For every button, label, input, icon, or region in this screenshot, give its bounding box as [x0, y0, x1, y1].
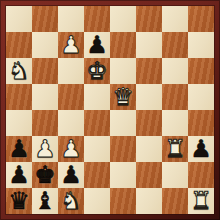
- square-g1[interactable]: [162, 188, 188, 214]
- square-d4[interactable]: [84, 110, 110, 136]
- piece-white-pawn-c7[interactable]: ♟: [60, 32, 82, 58]
- square-h7[interactable]: [188, 32, 214, 58]
- square-g6[interactable]: [162, 58, 188, 84]
- square-c7[interactable]: ♟: [58, 32, 84, 58]
- piece-black-king-b2[interactable]: ♚: [34, 162, 56, 188]
- square-a5[interactable]: [6, 84, 32, 110]
- square-h5[interactable]: [188, 84, 214, 110]
- square-c3[interactable]: ♟: [58, 136, 84, 162]
- square-e8[interactable]: [110, 6, 136, 32]
- square-d6[interactable]: ♚: [84, 58, 110, 84]
- square-c8[interactable]: [58, 6, 84, 32]
- square-h6[interactable]: [188, 58, 214, 84]
- square-a6[interactable]: ♞: [6, 58, 32, 84]
- square-g5[interactable]: [162, 84, 188, 110]
- piece-white-queen-e5[interactable]: ♛: [112, 84, 134, 110]
- square-d8[interactable]: [84, 6, 110, 32]
- square-h2[interactable]: [188, 162, 214, 188]
- square-h4[interactable]: [188, 110, 214, 136]
- square-c4[interactable]: [58, 110, 84, 136]
- square-f6[interactable]: [136, 58, 162, 84]
- piece-white-king-d6[interactable]: ♚: [86, 58, 108, 84]
- square-b3[interactable]: ♟: [32, 136, 58, 162]
- piece-black-pawn-c2[interactable]: ♟: [60, 162, 82, 188]
- square-g4[interactable]: [162, 110, 188, 136]
- square-a4[interactable]: [6, 110, 32, 136]
- square-h1[interactable]: ♜: [188, 188, 214, 214]
- square-f4[interactable]: [136, 110, 162, 136]
- square-e6[interactable]: [110, 58, 136, 84]
- piece-black-queen-a1[interactable]: ♛: [8, 188, 30, 214]
- square-d7[interactable]: ♟: [84, 32, 110, 58]
- square-e1[interactable]: [110, 188, 136, 214]
- square-a1[interactable]: ♛: [6, 188, 32, 214]
- square-e3[interactable]: [110, 136, 136, 162]
- square-e5[interactable]: ♛: [110, 84, 136, 110]
- square-f2[interactable]: [136, 162, 162, 188]
- square-a2[interactable]: ♟: [6, 162, 32, 188]
- piece-white-pawn-b3[interactable]: ♟: [34, 136, 56, 162]
- square-d5[interactable]: [84, 84, 110, 110]
- piece-black-pawn-a2[interactable]: ♟: [8, 162, 30, 188]
- square-c6[interactable]: [58, 58, 84, 84]
- square-c1[interactable]: ♞: [58, 188, 84, 214]
- square-f1[interactable]: [136, 188, 162, 214]
- square-f7[interactable]: [136, 32, 162, 58]
- square-g8[interactable]: [162, 6, 188, 32]
- square-b7[interactable]: [32, 32, 58, 58]
- square-f5[interactable]: [136, 84, 162, 110]
- square-e2[interactable]: [110, 162, 136, 188]
- square-g3[interactable]: ♜: [162, 136, 188, 162]
- piece-white-pawn-c3[interactable]: ♟: [60, 136, 82, 162]
- square-c2[interactable]: ♟: [58, 162, 84, 188]
- square-b5[interactable]: [32, 84, 58, 110]
- square-d3[interactable]: [84, 136, 110, 162]
- square-a7[interactable]: [6, 32, 32, 58]
- piece-black-pawn-h3[interactable]: ♟: [190, 136, 212, 162]
- square-g7[interactable]: [162, 32, 188, 58]
- square-f3[interactable]: [136, 136, 162, 162]
- piece-black-pawn-d7[interactable]: ♟: [86, 32, 108, 58]
- square-b2[interactable]: ♚: [32, 162, 58, 188]
- square-h3[interactable]: ♟: [188, 136, 214, 162]
- square-a3[interactable]: ♟: [6, 136, 32, 162]
- square-b8[interactable]: [32, 6, 58, 32]
- square-a8[interactable]: [6, 6, 32, 32]
- square-b4[interactable]: [32, 110, 58, 136]
- chess-diagram: ♟♟♞♚♛♟♟♟♜♟♟♚♟♛♝♞♜: [0, 0, 220, 220]
- square-g2[interactable]: [162, 162, 188, 188]
- square-h8[interactable]: [188, 6, 214, 32]
- square-e7[interactable]: [110, 32, 136, 58]
- square-e4[interactable]: [110, 110, 136, 136]
- square-f8[interactable]: [136, 6, 162, 32]
- piece-white-rook-g3[interactable]: ♜: [164, 136, 186, 162]
- square-b6[interactable]: [32, 58, 58, 84]
- square-b1[interactable]: ♝: [32, 188, 58, 214]
- square-d2[interactable]: [84, 162, 110, 188]
- piece-white-knight-c1[interactable]: ♞: [60, 188, 82, 214]
- piece-white-rook-h1[interactable]: ♜: [190, 188, 212, 214]
- chess-board: ♟♟♞♚♛♟♟♟♜♟♟♚♟♛♝♞♜: [6, 6, 214, 214]
- square-c5[interactable]: [58, 84, 84, 110]
- square-d1[interactable]: [84, 188, 110, 214]
- piece-black-pawn-a3[interactable]: ♟: [8, 136, 30, 162]
- piece-white-knight-a6[interactable]: ♞: [8, 58, 30, 84]
- piece-black-bishop-b1[interactable]: ♝: [34, 188, 56, 214]
